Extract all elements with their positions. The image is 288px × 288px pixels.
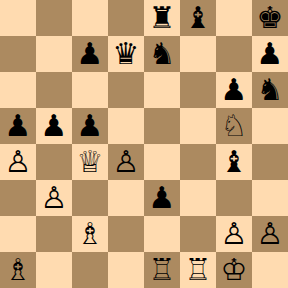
square-b4[interactable]: [36, 144, 72, 180]
white-knight[interactable]: ♘: [221, 108, 248, 144]
square-e5[interactable]: [144, 108, 180, 144]
chess-board: ♜♝♚♟♛♞♟♟♞♟♟♟♘♙♕♙♝♙♟♗♙♙♗♖♖♔: [0, 0, 288, 288]
square-e6[interactable]: [144, 72, 180, 108]
square-a6[interactable]: [0, 72, 36, 108]
square-e3[interactable]: ♟: [144, 180, 180, 216]
square-h4[interactable]: [252, 144, 288, 180]
square-a3[interactable]: [0, 180, 36, 216]
black-pawn[interactable]: ♟: [221, 72, 248, 108]
square-a8[interactable]: [0, 0, 36, 36]
white-queen[interactable]: ♕: [77, 144, 104, 180]
square-f4[interactable]: [180, 144, 216, 180]
square-b2[interactable]: [36, 216, 72, 252]
square-h5[interactable]: [252, 108, 288, 144]
square-f7[interactable]: [180, 36, 216, 72]
square-g6[interactable]: ♟: [216, 72, 252, 108]
black-bishop[interactable]: ♝: [185, 0, 212, 36]
white-pawn[interactable]: ♙: [221, 216, 248, 252]
square-c1[interactable]: [72, 252, 108, 288]
square-e4[interactable]: [144, 144, 180, 180]
square-b5[interactable]: ♟: [36, 108, 72, 144]
square-g1[interactable]: ♔: [216, 252, 252, 288]
square-d2[interactable]: [108, 216, 144, 252]
square-g7[interactable]: [216, 36, 252, 72]
square-c2[interactable]: ♗: [72, 216, 108, 252]
square-b6[interactable]: [36, 72, 72, 108]
square-f6[interactable]: [180, 72, 216, 108]
black-rook[interactable]: ♜: [149, 0, 176, 36]
square-h7[interactable]: ♟: [252, 36, 288, 72]
square-h6[interactable]: ♞: [252, 72, 288, 108]
square-a5[interactable]: ♟: [0, 108, 36, 144]
square-b1[interactable]: [36, 252, 72, 288]
square-h8[interactable]: ♚: [252, 0, 288, 36]
black-pawn[interactable]: ♟: [149, 180, 176, 216]
black-pawn[interactable]: ♟: [77, 36, 104, 72]
square-d8[interactable]: [108, 0, 144, 36]
white-pawn[interactable]: ♙: [5, 144, 32, 180]
square-e8[interactable]: ♜: [144, 0, 180, 36]
square-b8[interactable]: [36, 0, 72, 36]
white-bishop[interactable]: ♗: [77, 216, 104, 252]
black-bishop[interactable]: ♝: [221, 144, 248, 180]
square-h3[interactable]: [252, 180, 288, 216]
square-b7[interactable]: [36, 36, 72, 72]
black-queen[interactable]: ♛: [113, 36, 140, 72]
white-rook[interactable]: ♖: [149, 252, 176, 288]
square-d6[interactable]: [108, 72, 144, 108]
square-f5[interactable]: [180, 108, 216, 144]
white-pawn[interactable]: ♙: [41, 180, 68, 216]
square-g2[interactable]: ♙: [216, 216, 252, 252]
square-d3[interactable]: [108, 180, 144, 216]
white-king[interactable]: ♔: [221, 252, 248, 288]
black-pawn[interactable]: ♟: [257, 36, 284, 72]
square-f1[interactable]: ♖: [180, 252, 216, 288]
white-pawn[interactable]: ♙: [113, 144, 140, 180]
square-b3[interactable]: ♙: [36, 180, 72, 216]
square-c3[interactable]: [72, 180, 108, 216]
square-a1[interactable]: ♗: [0, 252, 36, 288]
square-c8[interactable]: [72, 0, 108, 36]
square-h2[interactable]: ♙: [252, 216, 288, 252]
black-knight[interactable]: ♞: [257, 72, 284, 108]
black-king[interactable]: ♚: [257, 0, 284, 36]
square-e7[interactable]: ♞: [144, 36, 180, 72]
white-rook[interactable]: ♖: [185, 252, 212, 288]
black-pawn[interactable]: ♟: [41, 108, 68, 144]
square-a4[interactable]: ♙: [0, 144, 36, 180]
black-pawn[interactable]: ♟: [5, 108, 32, 144]
square-f2[interactable]: [180, 216, 216, 252]
square-d7[interactable]: ♛: [108, 36, 144, 72]
square-c4[interactable]: ♕: [72, 144, 108, 180]
square-a7[interactable]: [0, 36, 36, 72]
square-g5[interactable]: ♘: [216, 108, 252, 144]
black-pawn[interactable]: ♟: [77, 108, 104, 144]
square-d4[interactable]: ♙: [108, 144, 144, 180]
square-f8[interactable]: ♝: [180, 0, 216, 36]
square-d1[interactable]: [108, 252, 144, 288]
square-c5[interactable]: ♟: [72, 108, 108, 144]
square-d5[interactable]: [108, 108, 144, 144]
white-bishop[interactable]: ♗: [5, 252, 32, 288]
square-g4[interactable]: ♝: [216, 144, 252, 180]
square-c7[interactable]: ♟: [72, 36, 108, 72]
square-a2[interactable]: [0, 216, 36, 252]
square-g3[interactable]: [216, 180, 252, 216]
black-knight[interactable]: ♞: [149, 36, 176, 72]
square-f3[interactable]: [180, 180, 216, 216]
white-pawn[interactable]: ♙: [257, 216, 284, 252]
square-h1[interactable]: [252, 252, 288, 288]
square-g8[interactable]: [216, 0, 252, 36]
square-e2[interactable]: [144, 216, 180, 252]
square-e1[interactable]: ♖: [144, 252, 180, 288]
square-c6[interactable]: [72, 72, 108, 108]
